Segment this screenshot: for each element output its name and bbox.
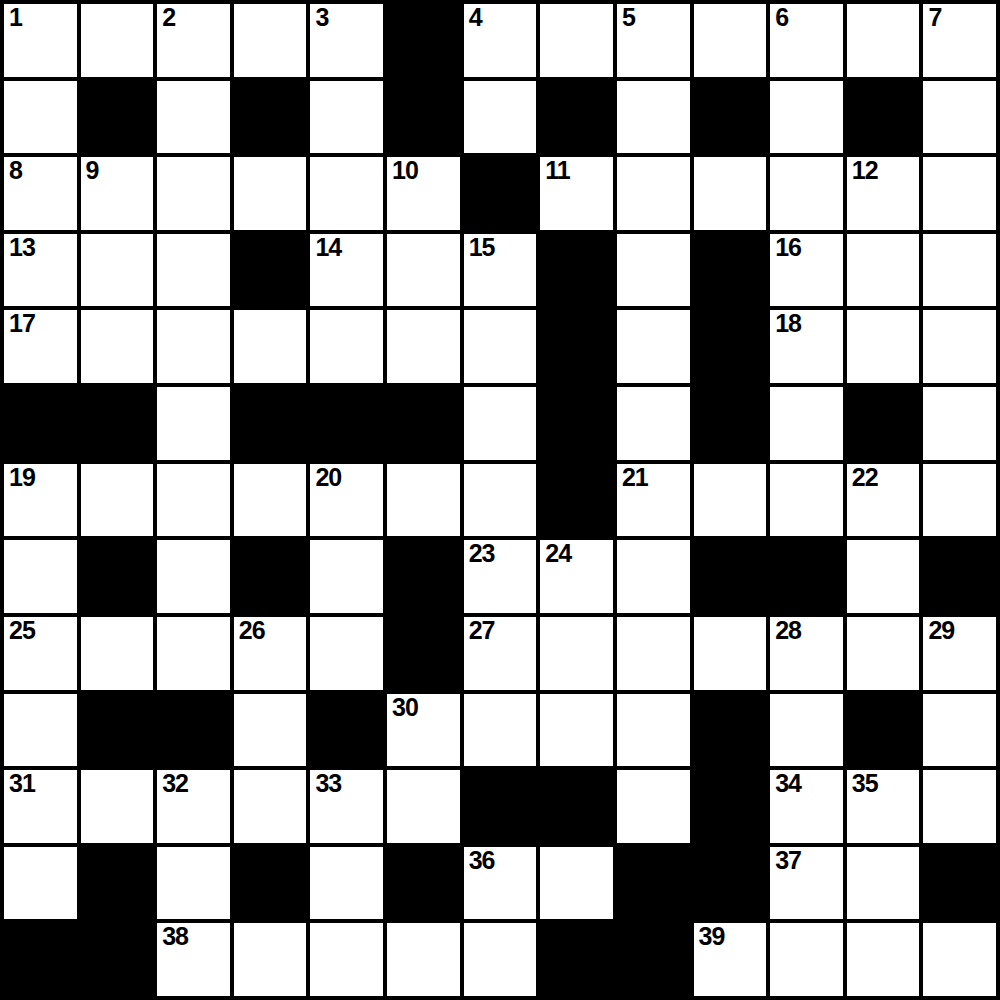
clue-number-31: 31 [9,770,35,797]
black-cell-r12c13 [923,847,996,920]
cell-r12c8[interactable] [540,847,613,920]
black-cell-r6c8 [540,387,613,460]
black-cell-r3c7 [464,157,537,230]
black-cell-r8c11 [770,540,843,613]
black-cell-r10c3 [157,694,230,767]
black-cell-r8c10 [694,540,767,613]
cell-r11c4[interactable] [234,770,307,843]
clue-number-23: 23 [469,540,495,567]
cell-r7c10[interactable] [694,464,767,537]
cell-r8c8[interactable]: 24 [540,540,613,613]
cell-r5c11[interactable]: 18 [770,310,843,383]
cell-r7c11[interactable] [770,464,843,537]
cell-r5c2[interactable] [81,310,154,383]
cell-r13c13[interactable] [923,923,996,996]
cell-r3c10[interactable] [694,157,767,230]
black-cell-r2c6 [387,81,460,154]
cell-r4c13[interactable] [923,234,996,307]
black-cell-r13c9 [617,923,690,996]
clue-number-32: 32 [162,770,188,797]
cell-r3c2[interactable]: 9 [81,157,154,230]
cell-r3c4[interactable] [234,157,307,230]
cell-r12c3[interactable] [157,847,230,920]
cell-r10c9[interactable] [617,694,690,767]
cell-r3c6[interactable]: 10 [387,157,460,230]
cell-r13c12[interactable] [847,923,920,996]
cell-r11c5[interactable]: 33 [310,770,383,843]
cell-r10c8[interactable] [540,694,613,767]
clue-number-38: 38 [162,923,188,950]
black-cell-r9c6 [387,617,460,690]
black-cell-r10c5 [310,694,383,767]
black-cell-r2c4 [234,81,307,154]
cell-r6c11[interactable] [770,387,843,460]
cell-r3c13[interactable] [923,157,996,230]
cell-r10c11[interactable] [770,694,843,767]
clue-number-8: 8 [9,157,22,184]
black-cell-r6c2 [81,387,154,460]
crossword-grid: 1234567891011121314151617181920212223242… [0,0,1000,1000]
cell-r7c7[interactable] [464,464,537,537]
cell-r12c7[interactable]: 36 [464,847,537,920]
clue-number-18: 18 [775,310,801,337]
cell-r10c1[interactable] [4,694,77,767]
cell-r7c12[interactable]: 22 [847,464,920,537]
cell-r4c1[interactable]: 13 [4,234,77,307]
cell-r4c2[interactable] [81,234,154,307]
cell-r7c9[interactable]: 21 [617,464,690,537]
black-cell-r6c1 [4,387,77,460]
clue-number-10: 10 [392,157,418,184]
cell-r9c2[interactable] [81,617,154,690]
clue-number-4: 4 [469,4,482,31]
black-cell-r6c4 [234,387,307,460]
cell-r11c9[interactable] [617,770,690,843]
cell-r4c12[interactable] [847,234,920,307]
cell-r2c1[interactable] [4,81,77,154]
clue-number-6: 6 [775,4,788,31]
cell-r11c13[interactable] [923,770,996,843]
cell-r6c3[interactable] [157,387,230,460]
cell-r7c13[interactable] [923,464,996,537]
cell-r1c4[interactable] [234,4,307,77]
black-cell-r8c2 [81,540,154,613]
cell-r4c6[interactable] [387,234,460,307]
clue-number-25: 25 [9,617,35,644]
cell-r2c5[interactable] [310,81,383,154]
cell-r5c12[interactable] [847,310,920,383]
clue-number-29: 29 [928,617,954,644]
cell-r12c5[interactable] [310,847,383,920]
clue-number-33: 33 [315,770,341,797]
cell-r7c6[interactable] [387,464,460,537]
cell-r8c3[interactable] [157,540,230,613]
cell-r1c1[interactable]: 1 [4,4,77,77]
cell-r9c7[interactable]: 27 [464,617,537,690]
cell-r6c7[interactable] [464,387,537,460]
black-cell-r10c12 [847,694,920,767]
cell-r8c7[interactable]: 23 [464,540,537,613]
clue-number-17: 17 [9,310,35,337]
cell-r3c8[interactable]: 11 [540,157,613,230]
cell-r8c1[interactable] [4,540,77,613]
clue-number-24: 24 [545,540,571,567]
black-cell-r4c4 [234,234,307,307]
cell-r4c5[interactable]: 14 [310,234,383,307]
cell-r13c5[interactable] [310,923,383,996]
cell-r4c11[interactable]: 16 [770,234,843,307]
cell-r9c11[interactable]: 28 [770,617,843,690]
black-cell-r2c12 [847,81,920,154]
cell-r10c13[interactable] [923,694,996,767]
black-cell-r6c5 [310,387,383,460]
clue-number-28: 28 [775,617,801,644]
black-cell-r13c1 [4,923,77,996]
clue-number-11: 11 [545,157,569,184]
cell-r13c4[interactable] [234,923,307,996]
cell-r1c3[interactable]: 2 [157,4,230,77]
cell-r9c12[interactable] [847,617,920,690]
cell-r5c7[interactable] [464,310,537,383]
black-cell-r11c8 [540,770,613,843]
cell-r4c7[interactable]: 15 [464,234,537,307]
black-cell-r12c2 [81,847,154,920]
cell-r13c6[interactable] [387,923,460,996]
cell-r3c3[interactable] [157,157,230,230]
cell-r13c3[interactable]: 38 [157,923,230,996]
clue-number-37: 37 [775,847,801,874]
cell-r6c9[interactable] [617,387,690,460]
clue-number-27: 27 [469,617,495,644]
cell-r11c6[interactable] [387,770,460,843]
clue-number-14: 14 [315,234,341,261]
cell-r4c9[interactable] [617,234,690,307]
cell-r11c3[interactable]: 32 [157,770,230,843]
cell-r9c3[interactable] [157,617,230,690]
cell-r6c13[interactable] [923,387,996,460]
cell-r1c2[interactable] [81,4,154,77]
cell-r1c10[interactable] [694,4,767,77]
black-cell-r2c10 [694,81,767,154]
clue-number-7: 7 [928,4,941,31]
cell-r5c5[interactable] [310,310,383,383]
cell-r10c4[interactable] [234,694,307,767]
cell-r5c13[interactable] [923,310,996,383]
clue-number-16: 16 [775,234,801,261]
cell-r12c1[interactable] [4,847,77,920]
cell-r2c9[interactable] [617,81,690,154]
cell-r1c5[interactable]: 3 [310,4,383,77]
cell-r9c8[interactable] [540,617,613,690]
cell-r2c3[interactable] [157,81,230,154]
clue-number-9: 9 [86,157,99,184]
cell-r3c1[interactable]: 8 [4,157,77,230]
black-cell-r12c6 [387,847,460,920]
black-cell-r1c6 [387,4,460,77]
cell-r2c11[interactable] [770,81,843,154]
black-cell-r10c2 [81,694,154,767]
cell-r13c11[interactable] [770,923,843,996]
cell-r8c12[interactable] [847,540,920,613]
cell-r9c9[interactable] [617,617,690,690]
clue-number-21: 21 [622,464,648,491]
cell-r10c6[interactable]: 30 [387,694,460,767]
cell-r11c2[interactable] [81,770,154,843]
black-cell-r6c12 [847,387,920,460]
black-cell-r6c10 [694,387,767,460]
cell-r1c12[interactable] [847,4,920,77]
clue-number-2: 2 [162,4,175,31]
cell-r1c7[interactable]: 4 [464,4,537,77]
cell-r5c4[interactable] [234,310,307,383]
clue-number-1: 1 [9,4,22,31]
black-cell-r13c8 [540,923,613,996]
clue-number-30: 30 [392,694,418,721]
black-cell-r12c9 [617,847,690,920]
cell-r2c13[interactable] [923,81,996,154]
cell-r12c11[interactable]: 37 [770,847,843,920]
black-cell-r5c8 [540,310,613,383]
clue-number-12: 12 [852,157,878,184]
cell-r5c9[interactable] [617,310,690,383]
black-cell-r6c6 [387,387,460,460]
cell-r1c11[interactable]: 6 [770,4,843,77]
cell-r10c7[interactable] [464,694,537,767]
clue-number-35: 35 [852,770,878,797]
black-cell-r2c2 [81,81,154,154]
cell-r9c4[interactable]: 26 [234,617,307,690]
black-cell-r8c4 [234,540,307,613]
clue-number-22: 22 [852,464,878,491]
black-cell-r12c4 [234,847,307,920]
clue-number-20: 20 [315,464,341,491]
clue-number-36: 36 [469,847,495,874]
cell-r5c1[interactable]: 17 [4,310,77,383]
cell-r13c7[interactable] [464,923,537,996]
clue-number-34: 34 [775,770,801,797]
crossword-board: 1234567891011121314151617181920212223242… [0,0,1000,1000]
cell-r5c6[interactable] [387,310,460,383]
cell-r9c1[interactable]: 25 [4,617,77,690]
cell-r3c11[interactable] [770,157,843,230]
cell-r4c3[interactable] [157,234,230,307]
clue-number-13: 13 [9,234,35,261]
clue-number-5: 5 [622,4,635,31]
cell-r9c10[interactable] [694,617,767,690]
cell-r5c3[interactable] [157,310,230,383]
clue-number-15: 15 [469,234,495,261]
black-cell-r8c6 [387,540,460,613]
cell-r7c2[interactable] [81,464,154,537]
black-cell-r10c10 [694,694,767,767]
black-cell-r11c7 [464,770,537,843]
cell-r7c5[interactable]: 20 [310,464,383,537]
cell-r9c13[interactable]: 29 [923,617,996,690]
cell-r7c4[interactable] [234,464,307,537]
cell-r3c5[interactable] [310,157,383,230]
black-cell-r5c10 [694,310,767,383]
cell-r3c12[interactable]: 12 [847,157,920,230]
black-cell-r4c10 [694,234,767,307]
cell-r1c8[interactable] [540,4,613,77]
black-cell-r4c8 [540,234,613,307]
cell-r7c3[interactable] [157,464,230,537]
cell-r1c9[interactable]: 5 [617,4,690,77]
black-cell-r8c13 [923,540,996,613]
cell-r3c9[interactable] [617,157,690,230]
cell-r9c5[interactable] [310,617,383,690]
cell-r12c12[interactable] [847,847,920,920]
black-cell-r12c10 [694,847,767,920]
clue-number-39: 39 [699,923,725,950]
cell-r2c7[interactable] [464,81,537,154]
clue-number-26: 26 [239,617,265,644]
black-cell-r11c10 [694,770,767,843]
black-cell-r2c8 [540,81,613,154]
black-cell-r13c2 [81,923,154,996]
cell-r11c11[interactable]: 34 [770,770,843,843]
clue-number-3: 3 [315,4,328,31]
cell-r13c10[interactable]: 39 [694,923,767,996]
black-cell-r7c8 [540,464,613,537]
cell-r11c1[interactable]: 31 [4,770,77,843]
cell-r8c5[interactable] [310,540,383,613]
cell-r8c9[interactable] [617,540,690,613]
cell-r11c12[interactable]: 35 [847,770,920,843]
cell-r1c13[interactable]: 7 [923,4,996,77]
cell-r7c1[interactable]: 19 [4,464,77,537]
clue-number-19: 19 [9,464,35,491]
